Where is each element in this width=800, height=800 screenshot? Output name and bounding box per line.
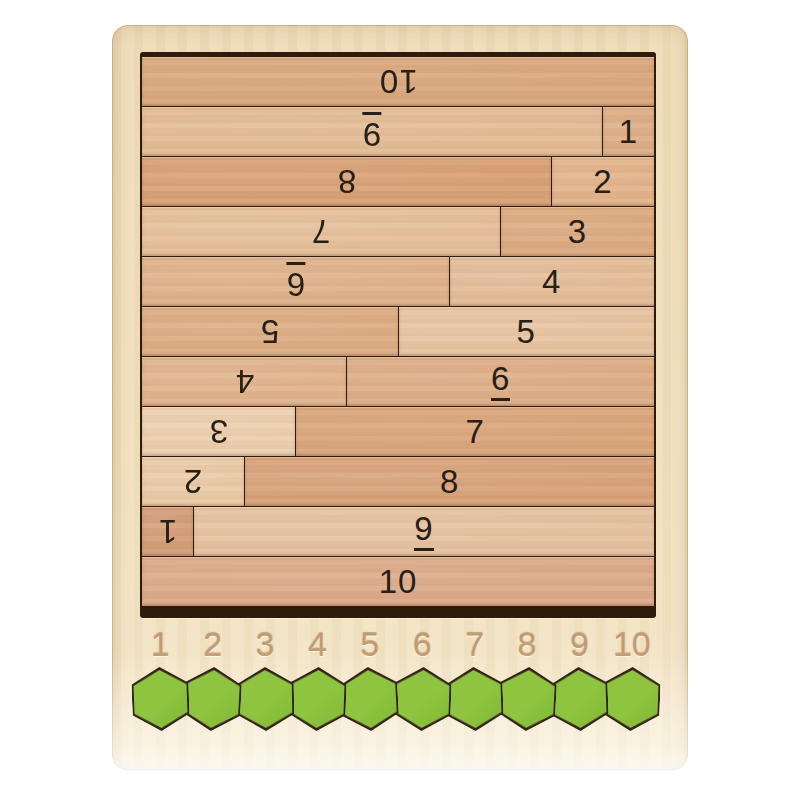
rod-number: 6 [286, 262, 305, 301]
rod-10[interactable]: 10 [142, 557, 654, 606]
token-cell-5 [344, 665, 396, 733]
rod-9-flipped[interactable]: 9 [142, 107, 602, 156]
token-row [134, 665, 658, 733]
rod-number: 2 [183, 465, 202, 498]
rod-row-6: 55 [142, 307, 654, 356]
rod-1[interactable]: 1 [603, 107, 654, 156]
rod-number: 1 [158, 515, 177, 548]
rod-3[interactable]: 3 [501, 207, 654, 256]
scale-number: 4 [308, 627, 327, 661]
scale-number: 8 [518, 627, 537, 661]
rod-row-9: 28 [142, 457, 654, 506]
rod-rows: 1091827364554637281910 [142, 57, 654, 607]
rod-row-8: 37 [142, 407, 654, 456]
hex-token-8[interactable] [497, 666, 557, 733]
rod-number: 1 [619, 115, 638, 148]
rod-number: 8 [440, 465, 459, 498]
rod-4[interactable]: 4 [450, 257, 654, 306]
scale-number: 9 [570, 627, 589, 661]
hex-token-7[interactable] [445, 666, 504, 732]
rod-number: 3 [209, 415, 228, 448]
rod-2-flipped[interactable]: 2 [142, 457, 244, 506]
scale-cell-3: 3 [239, 623, 291, 665]
hex-token-10[interactable] [602, 666, 661, 732]
rod-3-flipped[interactable]: 3 [142, 407, 295, 456]
scale-cell-2: 2 [186, 623, 238, 665]
rod-number: 2 [593, 165, 612, 198]
hex-token-face [447, 669, 502, 729]
hex-token-face [604, 669, 659, 729]
rod-9[interactable]: 9 [194, 507, 654, 556]
rod-7-flipped[interactable]: 7 [142, 207, 500, 256]
scale-number: 5 [360, 627, 379, 661]
scale-cell-7: 7 [448, 623, 500, 665]
scale-number: 3 [256, 627, 275, 661]
hex-token-face [238, 670, 292, 729]
number-scale: 12345678910 [134, 623, 658, 665]
rod-row-4: 73 [142, 207, 654, 256]
scale-number: 1 [151, 627, 170, 661]
token-cell-2 [186, 665, 238, 733]
token-cell-8 [501, 665, 553, 733]
rod-row-3: 82 [142, 157, 654, 206]
rod-7[interactable]: 7 [296, 407, 654, 456]
token-cell-1 [134, 665, 186, 733]
scale-cell-4: 4 [291, 623, 343, 665]
rod-5[interactable]: 5 [399, 307, 655, 356]
token-cell-7 [448, 665, 500, 733]
token-cell-3 [239, 665, 291, 733]
token-cell-4 [291, 665, 343, 733]
hex-token-4[interactable] [288, 666, 347, 732]
rod-row-10: 19 [142, 507, 654, 556]
hex-token-face [552, 669, 607, 729]
hex-token-face [395, 669, 450, 729]
scale-cell-8: 8 [501, 623, 553, 665]
rod-8[interactable]: 8 [245, 457, 654, 506]
scale-cell-5: 5 [344, 623, 396, 665]
token-cell-10 [606, 665, 658, 733]
photo-background: 1091827364554637281910 12345678910 [0, 0, 800, 800]
rod-number: 7 [465, 415, 484, 448]
rod-8-flipped[interactable]: 8 [142, 157, 551, 206]
hex-token-2[interactable] [182, 666, 242, 733]
rod-10-flipped[interactable]: 10 [142, 57, 654, 106]
rod-row-7: 46 [142, 357, 654, 406]
rod-2[interactable]: 2 [552, 157, 654, 206]
rod-number: 6 [491, 362, 510, 401]
hex-token-face [342, 669, 398, 730]
rod-number: 8 [337, 165, 356, 198]
scale-number: 10 [613, 627, 651, 661]
rod-row-11: 10 [142, 557, 654, 606]
rod-number: 3 [568, 215, 587, 248]
hex-token-face [290, 669, 345, 729]
hex-token-5[interactable] [340, 666, 400, 733]
scale-cell-1: 1 [134, 623, 186, 665]
wooden-tray: 1091827364554637281910 12345678910 [112, 25, 688, 770]
rod-recess: 1091827364554637281910 [140, 52, 656, 618]
hex-token-6[interactable] [393, 666, 452, 732]
scale-number: 2 [203, 627, 222, 661]
rod-row-1: 10 [142, 57, 654, 106]
scale-cell-9: 9 [553, 623, 605, 665]
rod-4-flipped[interactable]: 4 [142, 357, 346, 406]
token-cell-9 [553, 665, 605, 733]
rod-number: 9 [362, 112, 381, 151]
scale-number: 6 [413, 627, 432, 661]
scale-number: 7 [465, 627, 484, 661]
hex-token-face [185, 669, 241, 730]
scale-cell-10: 10 [606, 623, 658, 665]
rod-row-5: 64 [142, 257, 654, 306]
hex-token-9[interactable] [550, 666, 609, 732]
rod-number: 5 [260, 315, 279, 348]
scale-cell-6: 6 [396, 623, 448, 665]
token-cell-6 [396, 665, 448, 733]
rod-number: 10 [379, 65, 418, 98]
rod-5-flipped[interactable]: 5 [142, 307, 398, 356]
rod-row-2: 91 [142, 107, 654, 156]
rod-number: 4 [542, 265, 561, 298]
rod-6-flipped[interactable]: 6 [142, 257, 449, 306]
hex-token-3[interactable] [236, 667, 294, 732]
rod-number: 7 [311, 215, 330, 248]
hex-token-face [133, 669, 188, 729]
rod-number: 5 [517, 315, 536, 348]
rod-number: 9 [414, 512, 433, 551]
rod-number: 10 [379, 565, 418, 598]
rod-1-flipped[interactable]: 1 [142, 507, 193, 556]
rod-number: 4 [235, 365, 254, 398]
rod-6[interactable]: 6 [347, 357, 654, 406]
hex-token-1[interactable] [131, 666, 190, 732]
hex-token-face [499, 669, 555, 730]
